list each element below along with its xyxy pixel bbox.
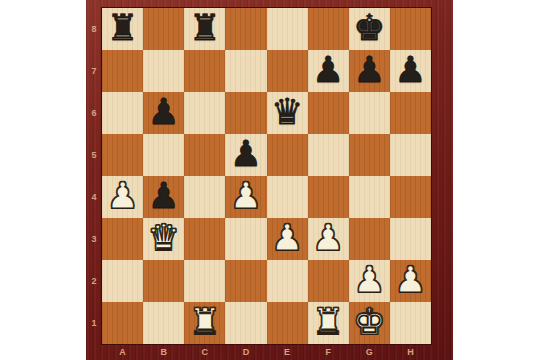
- file-label-d: D: [225, 344, 266, 360]
- rank-label-6: 6: [86, 92, 102, 134]
- square-a7[interactable]: [102, 50, 143, 92]
- file-label-f: F: [308, 344, 349, 360]
- black-pawn-b6[interactable]: ♟: [148, 94, 180, 130]
- square-h3[interactable]: [390, 218, 431, 260]
- black-king-g8[interactable]: ♚: [353, 10, 385, 46]
- black-pawn-d5[interactable]: ♟: [230, 136, 262, 172]
- file-label-c: C: [184, 344, 225, 360]
- white-rook-c1[interactable]: ♜: [189, 304, 221, 340]
- rank-label-3: 3: [86, 218, 102, 260]
- square-f8[interactable]: [308, 8, 349, 50]
- black-pawn-f7[interactable]: ♟: [312, 52, 344, 88]
- square-h6[interactable]: [390, 92, 431, 134]
- square-c4[interactable]: [184, 176, 225, 218]
- file-label-b: B: [143, 344, 184, 360]
- square-a4[interactable]: ♟: [102, 176, 143, 218]
- square-b2[interactable]: [143, 260, 184, 302]
- square-a6[interactable]: [102, 92, 143, 134]
- square-c5[interactable]: [184, 134, 225, 176]
- square-h8[interactable]: [390, 8, 431, 50]
- black-pawn-h7[interactable]: ♟: [394, 52, 426, 88]
- square-d7[interactable]: [225, 50, 266, 92]
- square-h1[interactable]: [390, 302, 431, 344]
- white-pawn-a4[interactable]: ♟: [106, 178, 138, 214]
- black-queen-e6[interactable]: ♛: [271, 94, 303, 130]
- file-labels: ABCDEFGH: [102, 344, 431, 360]
- square-b5[interactable]: [143, 134, 184, 176]
- square-b6[interactable]: ♟: [143, 92, 184, 134]
- square-a3[interactable]: [102, 218, 143, 260]
- rank-labels: 87654321: [86, 8, 102, 344]
- rank-label-2: 2: [86, 260, 102, 302]
- square-f3[interactable]: ♟: [308, 218, 349, 260]
- square-f7[interactable]: ♟: [308, 50, 349, 92]
- white-pawn-d4[interactable]: ♟: [230, 178, 262, 214]
- square-d5[interactable]: ♟: [225, 134, 266, 176]
- square-h5[interactable]: [390, 134, 431, 176]
- square-e1[interactable]: [267, 302, 308, 344]
- white-king-g1[interactable]: ♚: [353, 304, 385, 340]
- square-g3[interactable]: [349, 218, 390, 260]
- square-d2[interactable]: [225, 260, 266, 302]
- white-pawn-g2[interactable]: ♟: [353, 262, 385, 298]
- square-b1[interactable]: [143, 302, 184, 344]
- square-b4[interactable]: ♟: [143, 176, 184, 218]
- square-e2[interactable]: [267, 260, 308, 302]
- black-pawn-g7[interactable]: ♟: [353, 52, 385, 88]
- square-c6[interactable]: [184, 92, 225, 134]
- black-rook-a8[interactable]: ♜: [106, 10, 138, 46]
- square-e4[interactable]: [267, 176, 308, 218]
- square-g7[interactable]: ♟: [349, 50, 390, 92]
- square-g5[interactable]: [349, 134, 390, 176]
- white-pawn-e3[interactable]: ♟: [271, 220, 303, 256]
- square-b8[interactable]: [143, 8, 184, 50]
- chess-board-frame: 87654321 ABCDEFGH ♜♜♚♟♟♟♟♛♟♟♟♟♛♟♟♟♟♜♜♚: [86, 0, 453, 360]
- square-e3[interactable]: ♟: [267, 218, 308, 260]
- square-d6[interactable]: [225, 92, 266, 134]
- page-background: 87654321 ABCDEFGH ♜♜♚♟♟♟♟♛♟♟♟♟♛♟♟♟♟♜♜♚: [0, 0, 540, 360]
- square-c7[interactable]: [184, 50, 225, 92]
- square-c1[interactable]: ♜: [184, 302, 225, 344]
- white-queen-b3[interactable]: ♛: [148, 220, 180, 256]
- square-g4[interactable]: [349, 176, 390, 218]
- square-f1[interactable]: ♜: [308, 302, 349, 344]
- square-e6[interactable]: ♛: [267, 92, 308, 134]
- square-e8[interactable]: [267, 8, 308, 50]
- square-f6[interactable]: [308, 92, 349, 134]
- file-label-e: E: [267, 344, 308, 360]
- white-rook-f1[interactable]: ♜: [312, 304, 344, 340]
- rank-label-5: 5: [86, 134, 102, 176]
- square-f4[interactable]: [308, 176, 349, 218]
- square-f2[interactable]: [308, 260, 349, 302]
- square-a5[interactable]: [102, 134, 143, 176]
- black-rook-c8[interactable]: ♜: [189, 10, 221, 46]
- square-a8[interactable]: ♜: [102, 8, 143, 50]
- file-label-g: G: [349, 344, 390, 360]
- square-d4[interactable]: ♟: [225, 176, 266, 218]
- rank-label-1: 1: [86, 302, 102, 344]
- chess-board[interactable]: ♜♜♚♟♟♟♟♛♟♟♟♟♛♟♟♟♟♜♜♚: [102, 8, 431, 344]
- square-e7[interactable]: [267, 50, 308, 92]
- square-c3[interactable]: [184, 218, 225, 260]
- square-g8[interactable]: ♚: [349, 8, 390, 50]
- square-h7[interactable]: ♟: [390, 50, 431, 92]
- white-pawn-h2[interactable]: ♟: [394, 262, 426, 298]
- square-d8[interactable]: [225, 8, 266, 50]
- square-b7[interactable]: [143, 50, 184, 92]
- square-f5[interactable]: [308, 134, 349, 176]
- square-h4[interactable]: [390, 176, 431, 218]
- square-c8[interactable]: ♜: [184, 8, 225, 50]
- square-g1[interactable]: ♚: [349, 302, 390, 344]
- square-d1[interactable]: [225, 302, 266, 344]
- square-g6[interactable]: [349, 92, 390, 134]
- rank-label-7: 7: [86, 50, 102, 92]
- square-b3[interactable]: ♛: [143, 218, 184, 260]
- square-a1[interactable]: [102, 302, 143, 344]
- square-d3[interactable]: [225, 218, 266, 260]
- square-a2[interactable]: [102, 260, 143, 302]
- rank-label-4: 4: [86, 176, 102, 218]
- file-label-a: A: [102, 344, 143, 360]
- square-e5[interactable]: [267, 134, 308, 176]
- black-pawn-b4[interactable]: ♟: [148, 178, 180, 214]
- square-g2[interactable]: ♟: [349, 260, 390, 302]
- square-c2[interactable]: [184, 260, 225, 302]
- white-pawn-f3[interactable]: ♟: [312, 220, 344, 256]
- square-h2[interactable]: ♟: [390, 260, 431, 302]
- file-label-h: H: [390, 344, 431, 360]
- rank-label-8: 8: [86, 8, 102, 50]
